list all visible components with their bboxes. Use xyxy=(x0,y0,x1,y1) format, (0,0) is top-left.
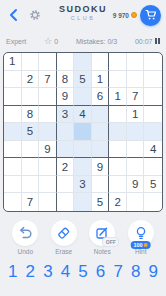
cell-r4c2[interactable]: 8 xyxy=(22,106,40,124)
cell-r2c4[interactable]: 8 xyxy=(57,71,75,89)
cell-r2c3[interactable]: 7 xyxy=(39,71,57,89)
cell-r1c5[interactable] xyxy=(74,53,92,71)
cell-r1c6[interactable] xyxy=(92,53,110,71)
settings-button[interactable] xyxy=(27,7,43,23)
notes-button[interactable]: OFF Notes xyxy=(89,220,115,255)
cell-r1c2[interactable] xyxy=(22,53,40,71)
cell-r2c5[interactable]: 5 xyxy=(74,71,92,89)
numpad-3[interactable]: 3 xyxy=(43,263,52,280)
cell-r6c5[interactable] xyxy=(74,141,92,159)
cell-r3c6[interactable]: 6 xyxy=(92,88,110,106)
score-value: 0 xyxy=(54,38,58,45)
cell-r5c4[interactable] xyxy=(57,123,75,141)
numpad-7[interactable]: 7 xyxy=(113,263,122,280)
cell-r3c3[interactable] xyxy=(39,88,57,106)
cell-r3c8[interactable]: 7 xyxy=(127,88,145,106)
notes-toggle-badge: OFF xyxy=(102,237,119,247)
numpad-1[interactable]: 1 xyxy=(8,263,17,280)
hint-button[interactable]: 100 Hint xyxy=(128,220,154,255)
cell-r6c2[interactable] xyxy=(22,141,40,159)
cell-r7c5[interactable] xyxy=(74,158,92,176)
gear-icon xyxy=(29,9,41,21)
cell-r5c1[interactable] xyxy=(4,123,22,141)
cell-r8c7[interactable] xyxy=(109,176,127,194)
cell-r7c1[interactable] xyxy=(4,158,22,176)
cell-r3c4[interactable]: 9 xyxy=(57,88,75,106)
cell-r5c5[interactable] xyxy=(74,123,92,141)
star-icon: ☆ xyxy=(44,37,52,46)
cell-r1c4[interactable] xyxy=(57,53,75,71)
cell-r8c2[interactable] xyxy=(22,176,40,194)
mistakes-label: Mistakes: 0/3 xyxy=(76,38,117,45)
cell-r4c9[interactable] xyxy=(144,106,162,124)
cell-r6c8[interactable] xyxy=(127,141,145,159)
cell-r4c4[interactable]: 3 xyxy=(57,106,75,124)
cell-r4c5[interactable]: 4 xyxy=(74,106,92,124)
back-chevron-icon xyxy=(8,8,18,22)
cell-r2c9[interactable] xyxy=(144,71,162,89)
cell-r8c4[interactable] xyxy=(57,176,75,194)
erase-label: Erase xyxy=(55,248,72,255)
cell-r3c5[interactable] xyxy=(74,88,92,106)
cart-icon xyxy=(145,9,157,21)
cell-r2c2[interactable]: 2 xyxy=(22,71,40,89)
cell-r9c1[interactable] xyxy=(4,193,22,211)
erase-button[interactable]: Erase xyxy=(51,220,77,255)
cell-r3c2[interactable] xyxy=(22,88,40,106)
coin-counter[interactable]: 9 970 xyxy=(113,12,137,19)
cell-r9c3[interactable] xyxy=(39,193,57,211)
numpad-2[interactable]: 2 xyxy=(26,263,35,280)
cell-r8c6[interactable] xyxy=(92,176,110,194)
cell-r8c3[interactable] xyxy=(39,176,57,194)
cell-r9c6[interactable]: 5 xyxy=(92,193,110,211)
back-button[interactable] xyxy=(5,7,21,23)
hint-label: Hint xyxy=(135,248,147,255)
cell-r7c2[interactable] xyxy=(22,158,40,176)
number-pad: 1 2 3 4 5 6 7 8 9 xyxy=(0,263,166,280)
cell-r9c9[interactable] xyxy=(144,193,162,211)
cell-r9c2[interactable]: 7 xyxy=(22,193,40,211)
cell-r4c1[interactable] xyxy=(4,106,22,124)
coin-icon xyxy=(131,12,137,18)
cell-r7c6[interactable]: 9 xyxy=(92,158,110,176)
cell-r7c7[interactable] xyxy=(109,158,127,176)
cell-r7c4[interactable]: 2 xyxy=(57,158,75,176)
cell-r1c1[interactable]: 1 xyxy=(4,53,22,71)
cell-r4c3[interactable] xyxy=(39,106,57,124)
cell-r9c7[interactable]: 2 xyxy=(109,193,127,211)
sudoku-board: 1278519617834159429395752 xyxy=(3,52,163,212)
cell-r2c1[interactable] xyxy=(4,71,22,89)
cell-r7c9[interactable] xyxy=(144,158,162,176)
coin-amount: 9 970 xyxy=(113,12,129,19)
eraser-icon xyxy=(56,226,71,240)
shop-button[interactable] xyxy=(140,5,161,26)
cell-r6c6[interactable] xyxy=(92,141,110,159)
notes-label: Notes xyxy=(94,248,111,255)
cell-r9c4[interactable] xyxy=(57,193,75,211)
cell-r5c2[interactable]: 5 xyxy=(22,123,40,141)
cell-r2c6[interactable]: 1 xyxy=(92,71,110,89)
cell-r8c1[interactable] xyxy=(4,176,22,194)
cell-r8c9[interactable]: 5 xyxy=(144,176,162,194)
hint-cost-badge: 100 xyxy=(130,241,151,249)
timer-value: 00:07 xyxy=(135,38,153,45)
cell-r5c9[interactable] xyxy=(144,123,162,141)
cell-r9c5[interactable] xyxy=(74,193,92,211)
cell-r4c6[interactable] xyxy=(92,106,110,124)
cell-r8c8[interactable]: 9 xyxy=(127,176,145,194)
numpad-5[interactable]: 5 xyxy=(78,263,87,280)
numpad-8[interactable]: 8 xyxy=(131,263,140,280)
pause-button[interactable] xyxy=(155,38,160,44)
numpad-9[interactable]: 9 xyxy=(149,263,158,280)
cell-r2c7[interactable] xyxy=(109,71,127,89)
cell-r5c8[interactable] xyxy=(127,123,145,141)
status-bar: Expert ☆ 0 Mistakes: 0/3 00:07 xyxy=(0,34,166,48)
undo-icon xyxy=(18,226,33,240)
cell-r1c7[interactable] xyxy=(109,53,127,71)
cell-r6c9[interactable]: 4 xyxy=(144,141,162,159)
score-counter: ☆ 0 xyxy=(44,37,58,46)
difficulty-label: Expert xyxy=(6,38,26,45)
toolbar: Undo Erase OFF Notes xyxy=(0,220,166,255)
cell-r3c7[interactable]: 1 xyxy=(109,88,127,106)
numpad-6[interactable]: 6 xyxy=(96,263,105,280)
cell-r6c3[interactable]: 9 xyxy=(39,141,57,159)
cell-r2c8[interactable] xyxy=(127,71,145,89)
cell-r8c5[interactable]: 3 xyxy=(74,176,92,194)
cell-r3c9[interactable] xyxy=(144,88,162,106)
cell-r5c6[interactable] xyxy=(92,123,110,141)
cell-r4c7[interactable] xyxy=(109,106,127,124)
cell-r1c3[interactable] xyxy=(39,53,57,71)
cell-r9c8[interactable] xyxy=(127,193,145,211)
header: SUDOKU CLUB 9 970 xyxy=(0,0,166,30)
hint-coin-icon xyxy=(144,243,148,247)
cell-r3c1[interactable] xyxy=(4,88,22,106)
undo-button[interactable]: Undo xyxy=(12,220,38,255)
cell-r5c7[interactable] xyxy=(109,123,127,141)
cell-r1c8[interactable] xyxy=(127,53,145,71)
cell-r6c1[interactable] xyxy=(4,141,22,159)
hint-bulb-icon xyxy=(134,226,148,241)
cell-r6c7[interactable] xyxy=(109,141,127,159)
cell-r6c4[interactable] xyxy=(57,141,75,159)
cell-r4c8[interactable]: 1 xyxy=(127,106,145,124)
cell-r1c9[interactable] xyxy=(144,53,162,71)
numpad-4[interactable]: 4 xyxy=(61,263,70,280)
cell-r7c8[interactable] xyxy=(127,158,145,176)
cell-r7c3[interactable] xyxy=(39,158,57,176)
undo-label: Undo xyxy=(17,248,33,255)
cell-r5c3[interactable] xyxy=(39,123,57,141)
